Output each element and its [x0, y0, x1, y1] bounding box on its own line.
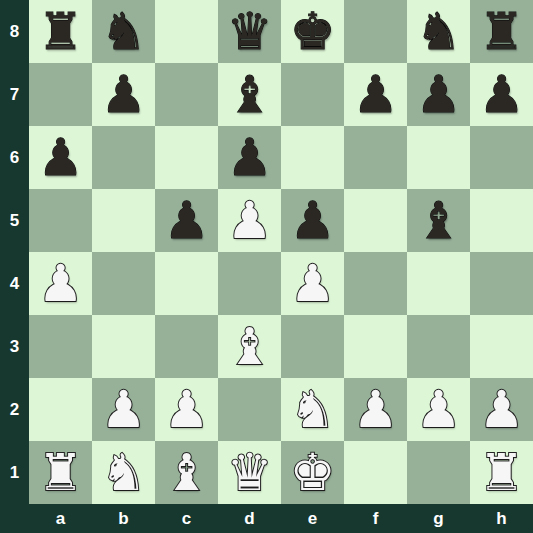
square-h5[interactable] [470, 189, 533, 252]
square-d5[interactable]: ♟ [218, 189, 281, 252]
file-label-e: e [281, 504, 344, 533]
square-a7[interactable] [29, 63, 92, 126]
square-b3[interactable] [92, 315, 155, 378]
square-h1[interactable]: ♜ [470, 441, 533, 504]
piece-white-king[interactable]: ♚ [290, 447, 336, 498]
file-label-g: g [407, 504, 470, 533]
square-f4[interactable] [344, 252, 407, 315]
square-h3[interactable] [470, 315, 533, 378]
piece-black-pawn[interactable]: ♟ [353, 69, 399, 120]
frame-corner [0, 504, 29, 533]
square-c1[interactable]: ♝ [155, 441, 218, 504]
file-label-h: h [470, 504, 533, 533]
square-d4[interactable] [218, 252, 281, 315]
square-e8[interactable]: ♚ [281, 0, 344, 63]
square-f1[interactable] [344, 441, 407, 504]
square-e6[interactable] [281, 126, 344, 189]
square-c6[interactable] [155, 126, 218, 189]
rank-label-3: 3 [0, 315, 29, 378]
piece-white-pawn[interactable]: ♟ [227, 195, 273, 246]
piece-white-pawn[interactable]: ♟ [416, 384, 462, 435]
piece-black-pawn[interactable]: ♟ [227, 132, 273, 183]
piece-black-rook[interactable]: ♜ [38, 6, 84, 57]
square-h6[interactable] [470, 126, 533, 189]
square-a4[interactable]: ♟ [29, 252, 92, 315]
rank-label-7: 7 [0, 63, 29, 126]
square-h8[interactable]: ♜ [470, 0, 533, 63]
square-d6[interactable]: ♟ [218, 126, 281, 189]
piece-white-pawn[interactable]: ♟ [290, 258, 336, 309]
piece-white-bishop[interactable]: ♝ [227, 321, 273, 372]
piece-white-pawn[interactable]: ♟ [353, 384, 399, 435]
file-label-a: a [29, 504, 92, 533]
square-b1[interactable]: ♞ [92, 441, 155, 504]
rank-label-2: 2 [0, 378, 29, 441]
square-f6[interactable] [344, 126, 407, 189]
square-b5[interactable] [92, 189, 155, 252]
square-g8[interactable]: ♞ [407, 0, 470, 63]
square-c2[interactable]: ♟ [155, 378, 218, 441]
piece-black-pawn[interactable]: ♟ [479, 69, 525, 120]
piece-white-queen[interactable]: ♛ [227, 447, 273, 498]
square-e2[interactable]: ♞ [281, 378, 344, 441]
piece-black-king[interactable]: ♚ [290, 6, 336, 57]
square-b2[interactable]: ♟ [92, 378, 155, 441]
square-c7[interactable] [155, 63, 218, 126]
square-f7[interactable]: ♟ [344, 63, 407, 126]
piece-white-pawn[interactable]: ♟ [164, 384, 210, 435]
square-a8[interactable]: ♜ [29, 0, 92, 63]
square-g1[interactable] [407, 441, 470, 504]
square-e3[interactable] [281, 315, 344, 378]
square-a2[interactable] [29, 378, 92, 441]
piece-white-rook[interactable]: ♜ [38, 447, 84, 498]
piece-black-pawn[interactable]: ♟ [38, 132, 84, 183]
square-a5[interactable] [29, 189, 92, 252]
piece-white-pawn[interactable]: ♟ [479, 384, 525, 435]
square-g6[interactable] [407, 126, 470, 189]
file-label-b: b [92, 504, 155, 533]
square-h4[interactable] [470, 252, 533, 315]
square-c3[interactable] [155, 315, 218, 378]
square-c8[interactable] [155, 0, 218, 63]
square-b6[interactable] [92, 126, 155, 189]
square-f2[interactable]: ♟ [344, 378, 407, 441]
rank-label-6: 6 [0, 126, 29, 189]
square-e4[interactable]: ♟ [281, 252, 344, 315]
square-e5[interactable]: ♟ [281, 189, 344, 252]
rank-label-1: 1 [0, 441, 29, 504]
square-a1[interactable]: ♜ [29, 441, 92, 504]
piece-white-rook[interactable]: ♜ [479, 447, 525, 498]
piece-black-bishop[interactable]: ♝ [416, 195, 462, 246]
piece-white-bishop[interactable]: ♝ [164, 447, 210, 498]
piece-black-knight[interactable]: ♞ [101, 6, 147, 57]
piece-black-rook[interactable]: ♜ [479, 6, 525, 57]
square-b7[interactable]: ♟ [92, 63, 155, 126]
square-g4[interactable] [407, 252, 470, 315]
square-d7[interactable]: ♝ [218, 63, 281, 126]
piece-black-queen[interactable]: ♛ [227, 6, 273, 57]
square-h7[interactable]: ♟ [470, 63, 533, 126]
square-g3[interactable] [407, 315, 470, 378]
square-f8[interactable] [344, 0, 407, 63]
piece-white-knight[interactable]: ♞ [101, 447, 147, 498]
rank-label-5: 5 [0, 189, 29, 252]
square-b4[interactable] [92, 252, 155, 315]
square-g7[interactable]: ♟ [407, 63, 470, 126]
square-h2[interactable]: ♟ [470, 378, 533, 441]
square-d3[interactable]: ♝ [218, 315, 281, 378]
piece-white-pawn[interactable]: ♟ [101, 384, 147, 435]
piece-white-pawn[interactable]: ♟ [38, 258, 84, 309]
square-d8[interactable]: ♛ [218, 0, 281, 63]
square-b8[interactable]: ♞ [92, 0, 155, 63]
chess-board: 8♜♞♛♚♞♜7♟♝♟♟♟6♟♟5♟♟♟♝4♟♟3♝2♟♟♞♟♟♟1♜♞♝♛♚♜… [0, 0, 533, 533]
piece-black-pawn[interactable]: ♟ [101, 69, 147, 120]
file-label-c: c [155, 504, 218, 533]
square-d1[interactable]: ♛ [218, 441, 281, 504]
piece-black-knight[interactable]: ♞ [416, 6, 462, 57]
piece-black-pawn[interactable]: ♟ [164, 195, 210, 246]
square-d2[interactable] [218, 378, 281, 441]
square-g2[interactable]: ♟ [407, 378, 470, 441]
rank-label-8: 8 [0, 0, 29, 63]
piece-white-knight[interactable]: ♞ [290, 384, 336, 435]
piece-black-pawn[interactable]: ♟ [290, 195, 336, 246]
chessboard-app: 8♜♞♛♚♞♜7♟♝♟♟♟6♟♟5♟♟♟♝4♟♟3♝2♟♟♞♟♟♟1♜♞♝♛♚♜… [0, 0, 533, 533]
square-c5[interactable]: ♟ [155, 189, 218, 252]
piece-black-pawn[interactable]: ♟ [416, 69, 462, 120]
file-label-f: f [344, 504, 407, 533]
square-g5[interactable]: ♝ [407, 189, 470, 252]
square-a6[interactable]: ♟ [29, 126, 92, 189]
square-f3[interactable] [344, 315, 407, 378]
rank-label-4: 4 [0, 252, 29, 315]
square-c4[interactable] [155, 252, 218, 315]
square-a3[interactable] [29, 315, 92, 378]
square-e1[interactable]: ♚ [281, 441, 344, 504]
piece-black-bishop[interactable]: ♝ [227, 69, 273, 120]
square-f5[interactable] [344, 189, 407, 252]
file-label-d: d [218, 504, 281, 533]
square-e7[interactable] [281, 63, 344, 126]
